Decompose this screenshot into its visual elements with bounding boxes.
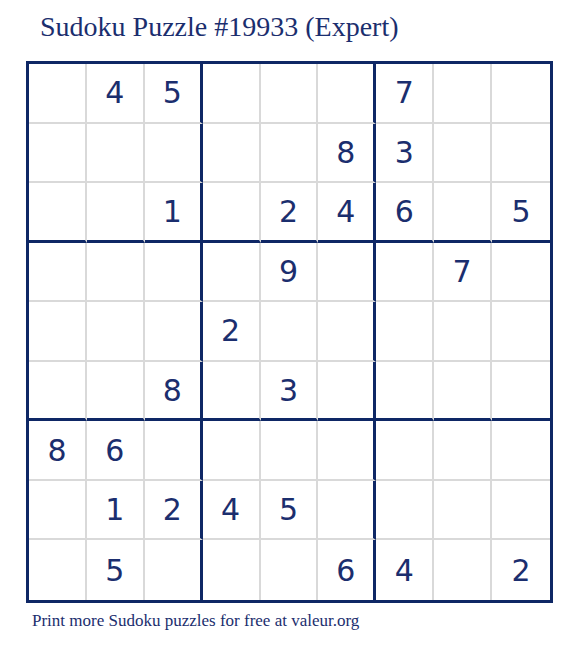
cell-r1c9[interactable] (492, 64, 550, 124)
cell-r9c5[interactable] (261, 540, 319, 600)
sudoku-board: 4578312465972838612455642 (26, 61, 553, 603)
cell-r5c9[interactable] (492, 302, 550, 362)
cell-r3c7: 6 (376, 183, 434, 243)
cell-r3c6: 4 (318, 183, 376, 243)
cell-r2c9[interactable] (492, 124, 550, 184)
cell-r3c4[interactable] (203, 183, 261, 243)
cell-r5c3[interactable] (145, 302, 203, 362)
cell-r7c6[interactable] (318, 421, 376, 481)
cell-r5c5[interactable] (261, 302, 319, 362)
cell-r6c5: 3 (261, 362, 319, 422)
cell-r5c7[interactable] (376, 302, 434, 362)
cell-r3c2[interactable] (87, 183, 145, 243)
cell-r1c1[interactable] (29, 64, 87, 124)
cell-r1c6[interactable] (318, 64, 376, 124)
cell-r1c4[interactable] (203, 64, 261, 124)
cell-r2c4[interactable] (203, 124, 261, 184)
cell-r8c8[interactable] (434, 481, 492, 541)
cell-r9c9: 2 (492, 540, 550, 600)
cell-r9c8[interactable] (434, 540, 492, 600)
cell-r7c5[interactable] (261, 421, 319, 481)
cell-r4c5: 9 (261, 243, 319, 303)
cell-r1c8[interactable] (434, 64, 492, 124)
cell-r8c6[interactable] (318, 481, 376, 541)
cell-r9c3[interactable] (145, 540, 203, 600)
cell-r8c7[interactable] (376, 481, 434, 541)
cell-r9c2: 5 (87, 540, 145, 600)
cell-r6c2[interactable] (87, 362, 145, 422)
cell-r5c2[interactable] (87, 302, 145, 362)
cell-r4c7[interactable] (376, 243, 434, 303)
cell-r1c2: 4 (87, 64, 145, 124)
cell-r6c7[interactable] (376, 362, 434, 422)
cell-r6c6[interactable] (318, 362, 376, 422)
cell-r2c5[interactable] (261, 124, 319, 184)
cell-r3c8[interactable] (434, 183, 492, 243)
cell-r7c8[interactable] (434, 421, 492, 481)
cell-r4c3[interactable] (145, 243, 203, 303)
cell-r6c4[interactable] (203, 362, 261, 422)
cell-r5c4: 2 (203, 302, 261, 362)
cell-r5c8[interactable] (434, 302, 492, 362)
cell-r4c9[interactable] (492, 243, 550, 303)
cell-r9c4[interactable] (203, 540, 261, 600)
cell-r3c9: 5 (492, 183, 550, 243)
cell-r2c8[interactable] (434, 124, 492, 184)
cell-r7c4[interactable] (203, 421, 261, 481)
cell-r6c1[interactable] (29, 362, 87, 422)
cell-r8c9[interactable] (492, 481, 550, 541)
cell-r7c3[interactable] (145, 421, 203, 481)
cell-r3c5: 2 (261, 183, 319, 243)
cell-r8c4: 4 (203, 481, 261, 541)
footer-text: Print more Sudoku puzzles for free at va… (32, 611, 359, 631)
cell-r4c1[interactable] (29, 243, 87, 303)
cell-r5c1[interactable] (29, 302, 87, 362)
cell-r2c1[interactable] (29, 124, 87, 184)
cell-r1c7: 7 (376, 64, 434, 124)
sudoku-page: Sudoku Puzzle #19933 (Expert) 4578312465… (0, 0, 580, 651)
cell-r1c5[interactable] (261, 64, 319, 124)
cell-r5c6[interactable] (318, 302, 376, 362)
page-title: Sudoku Puzzle #19933 (Expert) (40, 11, 399, 43)
cell-r4c6[interactable] (318, 243, 376, 303)
cell-r7c1: 8 (29, 421, 87, 481)
cell-r1c3: 5 (145, 64, 203, 124)
cell-r2c2[interactable] (87, 124, 145, 184)
cell-r7c9[interactable] (492, 421, 550, 481)
cell-r3c1[interactable] (29, 183, 87, 243)
cell-r7c7[interactable] (376, 421, 434, 481)
cell-r8c2: 1 (87, 481, 145, 541)
cell-r2c3[interactable] (145, 124, 203, 184)
cell-r9c1[interactable] (29, 540, 87, 600)
cell-r8c1[interactable] (29, 481, 87, 541)
cell-r6c3: 8 (145, 362, 203, 422)
cell-r3c3: 1 (145, 183, 203, 243)
cell-r8c5: 5 (261, 481, 319, 541)
cell-r2c7: 3 (376, 124, 434, 184)
cell-r9c7: 4 (376, 540, 434, 600)
cell-r7c2: 6 (87, 421, 145, 481)
cell-r6c8[interactable] (434, 362, 492, 422)
cell-r4c8: 7 (434, 243, 492, 303)
cell-r8c3: 2 (145, 481, 203, 541)
cell-r2c6: 8 (318, 124, 376, 184)
cell-r9c6: 6 (318, 540, 376, 600)
cell-r4c2[interactable] (87, 243, 145, 303)
cell-r4c4[interactable] (203, 243, 261, 303)
cell-r6c9[interactable] (492, 362, 550, 422)
